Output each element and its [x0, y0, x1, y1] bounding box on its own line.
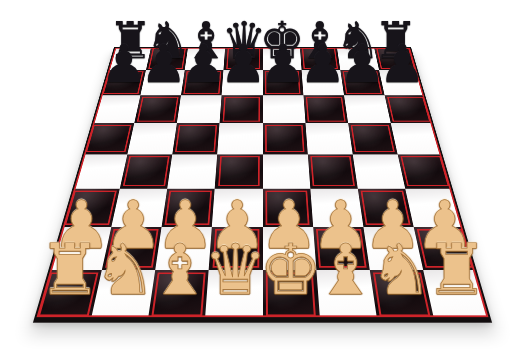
square-h6	[385, 95, 434, 123]
square-d5	[217, 123, 262, 154]
square-d4	[215, 154, 263, 188]
square-d7	[222, 70, 263, 95]
square-b5	[127, 123, 177, 154]
square-h7	[379, 70, 425, 95]
square-c8	[185, 47, 226, 70]
square-f8	[300, 47, 341, 70]
square-b8	[146, 47, 188, 70]
square-e6	[263, 95, 306, 123]
square-e8	[263, 47, 302, 70]
square-c5	[172, 123, 219, 154]
square-a8	[107, 47, 151, 70]
square-e3	[263, 188, 313, 226]
square-c4	[167, 154, 217, 188]
square-c6	[177, 95, 222, 123]
square-b2	[102, 227, 162, 270]
square-e7	[263, 70, 304, 95]
square-g7	[340, 70, 384, 95]
square-a6	[92, 95, 141, 123]
square-h3	[405, 188, 464, 226]
square-d3	[212, 188, 262, 226]
square-c1	[148, 270, 209, 319]
square-f6	[303, 95, 348, 123]
square-c7	[181, 70, 224, 95]
square-d8	[224, 47, 263, 70]
square-a7	[100, 70, 146, 95]
square-h1	[423, 270, 491, 319]
square-e5	[263, 123, 308, 154]
square-f3	[310, 188, 363, 226]
square-c2	[155, 227, 212, 270]
chess-board	[34, 47, 491, 319]
square-g4	[353, 154, 406, 188]
square-d6	[220, 95, 263, 123]
square-h5	[391, 123, 443, 154]
square-f7	[301, 70, 344, 95]
square-c3	[162, 188, 215, 226]
square-b3	[111, 188, 167, 226]
square-h4	[398, 154, 453, 188]
square-d1	[205, 270, 262, 319]
square-g5	[348, 123, 398, 154]
square-g3	[358, 188, 414, 226]
square-g8	[337, 47, 379, 70]
chess-photo-scene: ♜♞♝♛♚♝♞♜♟♟♟♟♟♟♟♟♟♟♟♟♟♟♟♟♜♞♝♛♚♝♞♜ chess	[0, 0, 525, 350]
square-h2	[414, 227, 477, 270]
square-b7	[140, 70, 184, 95]
square-b1	[91, 270, 155, 319]
square-g6	[344, 95, 391, 123]
square-b6	[134, 95, 181, 123]
square-d2	[209, 227, 263, 270]
square-a3	[61, 188, 120, 226]
square-b4	[120, 154, 173, 188]
square-a2	[48, 227, 111, 270]
square-e1	[263, 270, 320, 319]
square-f1	[316, 270, 377, 319]
square-e4	[263, 154, 311, 188]
square-f4	[308, 154, 358, 188]
square-a4	[72, 154, 127, 188]
square-f5	[305, 123, 352, 154]
square-f2	[313, 227, 370, 270]
square-e2	[263, 227, 317, 270]
square-a5	[82, 123, 134, 154]
square-h8	[374, 47, 418, 70]
